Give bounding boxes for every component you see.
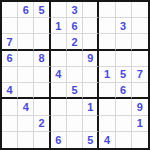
- cell-r2c6[interactable]: [83, 18, 99, 34]
- cell-r3c5[interactable]: 2: [67, 34, 83, 50]
- sudoku-board: 65316372689415745641921654: [0, 0, 150, 150]
- cell-r8c3[interactable]: 2: [34, 116, 50, 132]
- cell-r5c2[interactable]: [18, 67, 34, 83]
- cell-r6c7[interactable]: [99, 83, 115, 99]
- cell-r6c8[interactable]: 6: [116, 83, 132, 99]
- cell-r1c5[interactable]: 3: [67, 2, 83, 18]
- cell-r6c6[interactable]: [83, 83, 99, 99]
- cell-r6c2[interactable]: [18, 83, 34, 99]
- cell-r6c3[interactable]: [34, 83, 50, 99]
- cell-r8c4[interactable]: [51, 116, 67, 132]
- cell-r5c9[interactable]: 7: [132, 67, 148, 83]
- cell-r1c3[interactable]: 5: [34, 2, 50, 18]
- cell-r7c1[interactable]: [2, 99, 18, 115]
- cell-r7c9[interactable]: 9: [132, 99, 148, 115]
- cell-r8c2[interactable]: [18, 116, 34, 132]
- cell-r5c5[interactable]: [67, 67, 83, 83]
- cell-r9c4[interactable]: 6: [51, 132, 67, 148]
- cell-r6c4[interactable]: [51, 83, 67, 99]
- cell-r4c6[interactable]: 9: [83, 51, 99, 67]
- cell-r5c3[interactable]: [34, 67, 50, 83]
- cell-r8c1[interactable]: [2, 116, 18, 132]
- cell-r6c9[interactable]: [132, 83, 148, 99]
- cell-r1c9[interactable]: [132, 2, 148, 18]
- cell-r3c6[interactable]: [83, 34, 99, 50]
- cell-r7c2[interactable]: 4: [18, 99, 34, 115]
- cell-r9c6[interactable]: 5: [83, 132, 99, 148]
- cell-r4c4[interactable]: [51, 51, 67, 67]
- cell-r6c1[interactable]: 4: [2, 83, 18, 99]
- cell-r1c8[interactable]: [116, 2, 132, 18]
- cell-r4c5[interactable]: [67, 51, 83, 67]
- cell-r7c6[interactable]: 1: [83, 99, 99, 115]
- cell-r1c6[interactable]: [83, 2, 99, 18]
- cell-r3c4[interactable]: [51, 34, 67, 50]
- cell-r7c7[interactable]: [99, 99, 115, 115]
- cell-r9c8[interactable]: [116, 132, 132, 148]
- cell-r2c8[interactable]: 3: [116, 18, 132, 34]
- cell-r7c3[interactable]: [34, 99, 50, 115]
- cell-r8c8[interactable]: [116, 116, 132, 132]
- cell-r4c2[interactable]: [18, 51, 34, 67]
- cell-r4c7[interactable]: [99, 51, 115, 67]
- cell-r3c8[interactable]: [116, 34, 132, 50]
- cell-r5c7[interactable]: 1: [99, 67, 115, 83]
- cell-r9c2[interactable]: [18, 132, 34, 148]
- cell-r1c1[interactable]: [2, 2, 18, 18]
- cell-r2c2[interactable]: [18, 18, 34, 34]
- cell-r3c2[interactable]: [18, 34, 34, 50]
- cell-r4c3[interactable]: 8: [34, 51, 50, 67]
- cell-r4c1[interactable]: 6: [2, 51, 18, 67]
- cell-r4c9[interactable]: [132, 51, 148, 67]
- cell-r5c8[interactable]: 5: [116, 67, 132, 83]
- cell-r3c1[interactable]: 7: [2, 34, 18, 50]
- cell-r7c5[interactable]: [67, 99, 83, 115]
- cell-r9c5[interactable]: [67, 132, 83, 148]
- cell-r8c5[interactable]: [67, 116, 83, 132]
- cell-r5c6[interactable]: [83, 67, 99, 83]
- cell-r5c1[interactable]: [2, 67, 18, 83]
- cell-r2c5[interactable]: 6: [67, 18, 83, 34]
- cell-r2c3[interactable]: [34, 18, 50, 34]
- cell-r2c4[interactable]: 1: [51, 18, 67, 34]
- cell-r7c4[interactable]: [51, 99, 67, 115]
- cell-r9c3[interactable]: [34, 132, 50, 148]
- cell-r9c9[interactable]: [132, 132, 148, 148]
- cell-r8c9[interactable]: 1: [132, 116, 148, 132]
- cell-r6c5[interactable]: 5: [67, 83, 83, 99]
- cell-r3c9[interactable]: [132, 34, 148, 50]
- cell-r7c8[interactable]: [116, 99, 132, 115]
- cell-r1c7[interactable]: [99, 2, 115, 18]
- cell-r8c7[interactable]: [99, 116, 115, 132]
- cell-r1c4[interactable]: [51, 2, 67, 18]
- cell-r1c2[interactable]: 6: [18, 2, 34, 18]
- cell-r3c3[interactable]: [34, 34, 50, 50]
- cell-r8c6[interactable]: [83, 116, 99, 132]
- cell-r9c1[interactable]: [2, 132, 18, 148]
- cell-r9c7[interactable]: 4: [99, 132, 115, 148]
- cell-r5c4[interactable]: 4: [51, 67, 67, 83]
- cell-r2c7[interactable]: [99, 18, 115, 34]
- cell-r4c8[interactable]: [116, 51, 132, 67]
- cell-r2c9[interactable]: [132, 18, 148, 34]
- cell-r3c7[interactable]: [99, 34, 115, 50]
- cell-r2c1[interactable]: [2, 18, 18, 34]
